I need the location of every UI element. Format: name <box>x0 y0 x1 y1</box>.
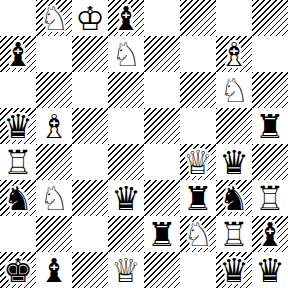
square-b2[interactable] <box>36 216 72 252</box>
black-rook-glyph: ♜ <box>180 180 216 216</box>
square-f4[interactable]: ♛♕ <box>180 144 216 180</box>
square-g5[interactable] <box>216 108 252 144</box>
square-h3[interactable]: ♜♖ <box>252 180 288 216</box>
square-b5[interactable]: ♝♗ <box>36 108 72 144</box>
square-c4[interactable] <box>72 144 108 180</box>
chess-board: ♞♘♚♔♝♝♞♘♝♗♞♘♛♝♗♜♜♖♛♕♛♞♞♘♛♜♞♜♖♜♞♘♜♖♝♚♝♛♕♛… <box>0 0 288 288</box>
square-g6[interactable]: ♞♘ <box>216 72 252 108</box>
piece-white-knight: ♞♘ <box>216 72 252 108</box>
piece-white-rook: ♜♖ <box>216 216 252 252</box>
piece-black-queen: ♛ <box>216 252 252 288</box>
square-e1[interactable] <box>144 252 180 288</box>
square-g4[interactable]: ♛ <box>216 144 252 180</box>
black-queen-glyph: ♛ <box>216 252 252 288</box>
square-f3[interactable]: ♜ <box>180 180 216 216</box>
white-bishop-glyph: ♗ <box>216 36 252 72</box>
white-rook-glyph: ♖ <box>252 180 288 216</box>
square-e5[interactable] <box>144 108 180 144</box>
square-a3[interactable]: ♞ <box>0 180 36 216</box>
square-b4[interactable] <box>36 144 72 180</box>
square-f7[interactable] <box>180 36 216 72</box>
square-c1[interactable] <box>72 252 108 288</box>
square-f2[interactable]: ♞♘ <box>180 216 216 252</box>
square-f5[interactable] <box>180 108 216 144</box>
black-bishop-glyph: ♝ <box>36 252 72 288</box>
square-a8[interactable] <box>0 0 36 36</box>
piece-black-knight: ♞ <box>216 180 252 216</box>
square-e7[interactable] <box>144 36 180 72</box>
black-bishop-glyph: ♝ <box>108 0 144 36</box>
piece-black-queen: ♛ <box>216 144 252 180</box>
black-knight-glyph: ♞ <box>216 180 252 216</box>
piece-white-knight: ♞♘ <box>36 0 72 36</box>
square-d7[interactable]: ♞♘ <box>108 36 144 72</box>
white-knight-glyph: ♘ <box>108 36 144 72</box>
white-rook-glyph: ♖ <box>0 144 36 180</box>
piece-black-rook: ♜ <box>252 108 288 144</box>
square-c2[interactable] <box>72 216 108 252</box>
black-queen-glyph: ♛ <box>252 252 288 288</box>
square-d1[interactable]: ♛♕ <box>108 252 144 288</box>
square-h2[interactable]: ♝ <box>252 216 288 252</box>
square-d8[interactable]: ♝ <box>108 0 144 36</box>
piece-white-bishop: ♝♗ <box>216 36 252 72</box>
square-f1[interactable] <box>180 252 216 288</box>
square-g3[interactable]: ♞ <box>216 180 252 216</box>
black-king-glyph: ♚ <box>0 252 36 288</box>
square-g8[interactable] <box>216 0 252 36</box>
square-c3[interactable] <box>72 180 108 216</box>
piece-white-bishop: ♝♗ <box>36 108 72 144</box>
square-d5[interactable] <box>108 108 144 144</box>
square-e2[interactable]: ♜ <box>144 216 180 252</box>
white-bishop-glyph: ♗ <box>36 108 72 144</box>
square-b3[interactable]: ♞♘ <box>36 180 72 216</box>
square-h5[interactable]: ♜ <box>252 108 288 144</box>
black-queen-glyph: ♛ <box>108 180 144 216</box>
piece-white-knight: ♞♘ <box>36 180 72 216</box>
square-b7[interactable] <box>36 36 72 72</box>
piece-black-king: ♚ <box>0 252 36 288</box>
piece-black-queen: ♛ <box>108 180 144 216</box>
square-d2[interactable] <box>108 216 144 252</box>
black-queen-glyph: ♛ <box>0 108 36 144</box>
square-f6[interactable] <box>180 72 216 108</box>
black-bishop-glyph: ♝ <box>252 216 288 252</box>
piece-black-bishop: ♝ <box>252 216 288 252</box>
piece-black-queen: ♛ <box>252 252 288 288</box>
piece-black-knight: ♞ <box>0 180 36 216</box>
square-a2[interactable] <box>0 216 36 252</box>
square-c7[interactable] <box>72 36 108 72</box>
square-c6[interactable] <box>72 72 108 108</box>
square-g1[interactable]: ♛ <box>216 252 252 288</box>
white-knight-glyph: ♘ <box>36 0 72 36</box>
square-e3[interactable] <box>144 180 180 216</box>
piece-black-bishop: ♝ <box>0 36 36 72</box>
square-h6[interactable] <box>252 72 288 108</box>
square-c8[interactable]: ♚♔ <box>72 0 108 36</box>
square-d6[interactable] <box>108 72 144 108</box>
square-g2[interactable]: ♜♖ <box>216 216 252 252</box>
square-a5[interactable]: ♛ <box>0 108 36 144</box>
square-a4[interactable]: ♜♖ <box>0 144 36 180</box>
white-rook-glyph: ♖ <box>216 216 252 252</box>
square-f8[interactable] <box>180 0 216 36</box>
square-g7[interactable]: ♝♗ <box>216 36 252 72</box>
piece-black-rook: ♜ <box>144 216 180 252</box>
square-h7[interactable] <box>252 36 288 72</box>
square-e6[interactable] <box>144 72 180 108</box>
white-king-glyph: ♔ <box>72 0 108 36</box>
black-rook-glyph: ♜ <box>144 216 180 252</box>
square-c5[interactable] <box>72 108 108 144</box>
piece-white-queen: ♛♕ <box>108 252 144 288</box>
square-a7[interactable]: ♝ <box>0 36 36 72</box>
square-b6[interactable] <box>36 72 72 108</box>
piece-black-queen: ♛ <box>0 108 36 144</box>
piece-black-bishop: ♝ <box>108 0 144 36</box>
square-e8[interactable] <box>144 0 180 36</box>
piece-white-knight: ♞♘ <box>108 36 144 72</box>
piece-black-rook: ♜ <box>180 180 216 216</box>
black-bishop-glyph: ♝ <box>0 36 36 72</box>
white-queen-glyph: ♕ <box>180 144 216 180</box>
square-h1[interactable]: ♛ <box>252 252 288 288</box>
square-d4[interactable] <box>108 144 144 180</box>
white-queen-glyph: ♕ <box>108 252 144 288</box>
piece-white-king: ♚♔ <box>72 0 108 36</box>
square-b8[interactable]: ♞♘ <box>36 0 72 36</box>
square-h8[interactable] <box>252 0 288 36</box>
square-h4[interactable] <box>252 144 288 180</box>
black-queen-glyph: ♛ <box>216 144 252 180</box>
white-knight-glyph: ♘ <box>216 72 252 108</box>
square-b1[interactable]: ♝ <box>36 252 72 288</box>
square-a6[interactable] <box>0 72 36 108</box>
black-knight-glyph: ♞ <box>0 180 36 216</box>
piece-white-rook: ♜♖ <box>0 144 36 180</box>
piece-black-bishop: ♝ <box>36 252 72 288</box>
piece-white-queen: ♛♕ <box>180 144 216 180</box>
piece-white-knight: ♞♘ <box>180 216 216 252</box>
square-e4[interactable] <box>144 144 180 180</box>
piece-white-rook: ♜♖ <box>252 180 288 216</box>
black-rook-glyph: ♜ <box>252 108 288 144</box>
square-d3[interactable]: ♛ <box>108 180 144 216</box>
square-a1[interactable]: ♚ <box>0 252 36 288</box>
white-knight-glyph: ♘ <box>36 180 72 216</box>
white-knight-glyph: ♘ <box>180 216 216 252</box>
